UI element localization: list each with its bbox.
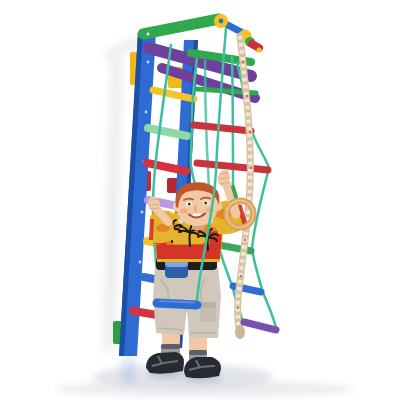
- product-photo: [0, 0, 400, 400]
- right-cheek: [180, 209, 188, 214]
- shirt-red-band: [156, 244, 221, 259]
- beam-bolt: [146, 32, 149, 35]
- scene-svg: [0, 0, 400, 400]
- pulley-hub: [219, 19, 224, 24]
- end-cap-red: [252, 44, 259, 48]
- trapeze-bar: [157, 301, 197, 305]
- end-disc-small-yellow: [257, 48, 262, 53]
- rope-end-knot: [235, 325, 245, 339]
